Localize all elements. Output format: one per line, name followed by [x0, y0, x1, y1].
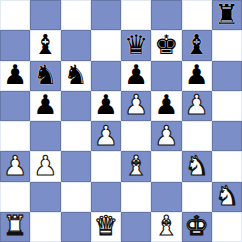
square-h5[interactable] [212, 91, 242, 121]
piece-black-knight[interactable]: ♞ [64, 61, 88, 88]
square-b5[interactable]: ♟ [30, 91, 60, 121]
square-e4[interactable] [121, 121, 151, 151]
square-c8[interactable] [61, 0, 91, 30]
piece-black-pawn[interactable]: ♟ [154, 91, 178, 118]
square-g3[interactable]: ♞ [182, 151, 212, 181]
square-f7[interactable]: ♚ [151, 30, 181, 60]
square-a6[interactable]: ♟ [0, 61, 30, 91]
square-f3[interactable] [151, 151, 181, 181]
square-a8[interactable] [0, 0, 30, 30]
square-c7[interactable] [61, 30, 91, 60]
piece-white-bishop[interactable]: ♝ [154, 212, 178, 239]
piece-black-pawn[interactable]: ♟ [185, 61, 209, 88]
square-g7[interactable]: ♝ [182, 30, 212, 60]
square-a5[interactable] [0, 91, 30, 121]
square-h7[interactable] [212, 30, 242, 60]
square-h6[interactable] [212, 61, 242, 91]
chess-board: ♜♝♛♚♝♟♞♞♟♟♟♟♟♟♟♟♟♟♟♝♞♞♜♛♝♚ [0, 0, 242, 242]
piece-white-bishop[interactable]: ♝ [124, 152, 148, 179]
piece-white-rook[interactable]: ♜ [3, 212, 27, 239]
square-b2[interactable] [30, 182, 60, 212]
piece-black-bishop[interactable]: ♝ [185, 31, 209, 58]
piece-white-pawn[interactable]: ♟ [3, 152, 27, 179]
square-c4[interactable] [61, 121, 91, 151]
square-d2[interactable] [91, 182, 121, 212]
square-b7[interactable]: ♝ [30, 30, 60, 60]
square-g1[interactable]: ♚ [182, 212, 212, 242]
square-e7[interactable]: ♛ [121, 30, 151, 60]
piece-black-pawn[interactable]: ♟ [3, 61, 27, 88]
square-f5[interactable]: ♟ [151, 91, 181, 121]
square-g8[interactable] [182, 0, 212, 30]
square-f1[interactable]: ♝ [151, 212, 181, 242]
piece-black-queen[interactable]: ♛ [124, 31, 148, 58]
piece-white-queen[interactable]: ♛ [94, 212, 118, 239]
square-g4[interactable] [182, 121, 212, 151]
square-b6[interactable]: ♞ [30, 61, 60, 91]
piece-black-rook[interactable]: ♜ [215, 1, 239, 28]
square-h4[interactable] [212, 121, 242, 151]
piece-white-pawn[interactable]: ♟ [94, 122, 118, 149]
square-e3[interactable]: ♝ [121, 151, 151, 181]
square-f8[interactable] [151, 0, 181, 30]
square-b4[interactable] [30, 121, 60, 151]
square-e8[interactable] [121, 0, 151, 30]
square-h3[interactable] [212, 151, 242, 181]
square-d4[interactable]: ♟ [91, 121, 121, 151]
square-g5[interactable]: ♟ [182, 91, 212, 121]
square-d7[interactable] [91, 30, 121, 60]
piece-white-pawn[interactable]: ♟ [124, 91, 148, 118]
square-d5[interactable]: ♟ [91, 91, 121, 121]
piece-black-king[interactable]: ♚ [154, 31, 178, 58]
square-c2[interactable] [61, 182, 91, 212]
piece-black-pawn[interactable]: ♟ [124, 61, 148, 88]
square-b3[interactable]: ♟ [30, 151, 60, 181]
square-h1[interactable] [212, 212, 242, 242]
square-a4[interactable] [0, 121, 30, 151]
square-d3[interactable] [91, 151, 121, 181]
square-b8[interactable] [30, 0, 60, 30]
square-h8[interactable]: ♜ [212, 0, 242, 30]
piece-white-pawn[interactable]: ♟ [185, 91, 209, 118]
square-f2[interactable] [151, 182, 181, 212]
square-d1[interactable]: ♛ [91, 212, 121, 242]
square-e2[interactable] [121, 182, 151, 212]
square-e5[interactable]: ♟ [121, 91, 151, 121]
square-h2[interactable]: ♞ [212, 182, 242, 212]
square-a7[interactable] [0, 30, 30, 60]
piece-white-pawn[interactable]: ♟ [33, 152, 57, 179]
square-c1[interactable] [61, 212, 91, 242]
square-c3[interactable] [61, 151, 91, 181]
square-g6[interactable]: ♟ [182, 61, 212, 91]
square-c5[interactable] [61, 91, 91, 121]
square-d8[interactable] [91, 0, 121, 30]
piece-black-bishop[interactable]: ♝ [33, 31, 57, 58]
square-g2[interactable] [182, 182, 212, 212]
square-a2[interactable] [0, 182, 30, 212]
square-a1[interactable]: ♜ [0, 212, 30, 242]
square-e6[interactable]: ♟ [121, 61, 151, 91]
square-f6[interactable] [151, 61, 181, 91]
square-a3[interactable]: ♟ [0, 151, 30, 181]
piece-white-king[interactable]: ♚ [185, 212, 209, 239]
square-e1[interactable] [121, 212, 151, 242]
piece-black-pawn[interactable]: ♟ [33, 91, 57, 118]
square-c6[interactable]: ♞ [61, 61, 91, 91]
square-f4[interactable]: ♟ [151, 121, 181, 151]
piece-black-pawn[interactable]: ♟ [94, 91, 118, 118]
square-d6[interactable] [91, 61, 121, 91]
piece-white-knight[interactable]: ♞ [215, 182, 239, 209]
piece-black-knight[interactable]: ♞ [33, 61, 57, 88]
piece-white-pawn[interactable]: ♟ [154, 122, 178, 149]
piece-white-knight[interactable]: ♞ [185, 152, 209, 179]
square-b1[interactable] [30, 212, 60, 242]
